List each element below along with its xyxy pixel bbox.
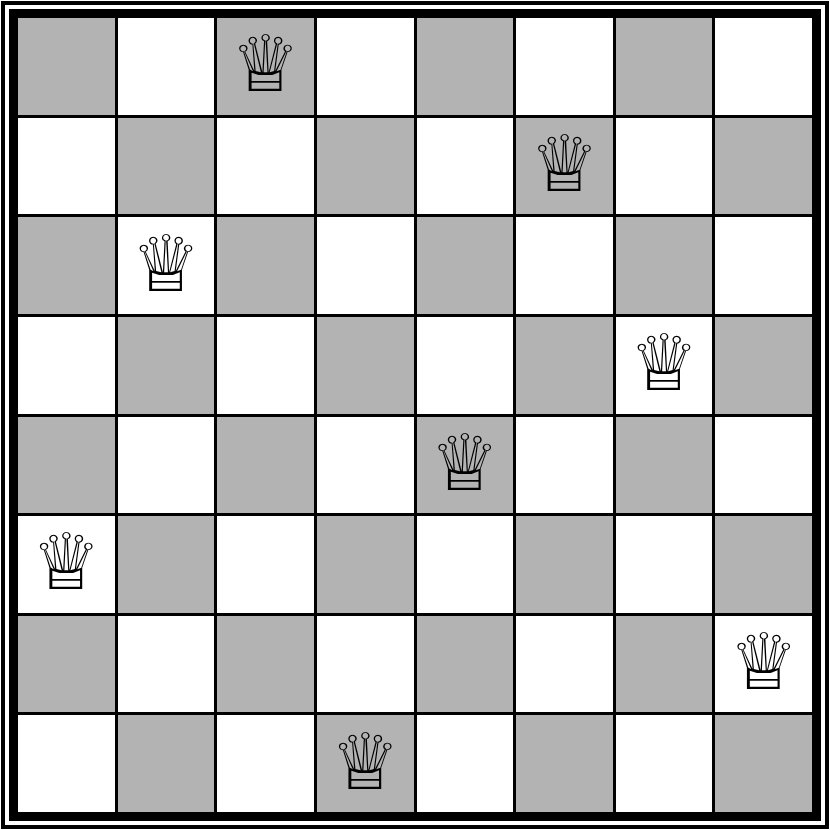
white-queen-icon: ♕ <box>31 523 101 601</box>
square-b2[interactable] <box>118 616 215 713</box>
square-d7[interactable] <box>317 118 414 215</box>
square-b5[interactable] <box>118 317 215 414</box>
square-g4[interactable] <box>616 417 713 514</box>
square-a4[interactable] <box>18 417 115 514</box>
square-d1[interactable]: ♕ <box>317 715 414 812</box>
square-a2[interactable] <box>18 616 115 713</box>
white-queen-icon: ♕ <box>430 424 500 502</box>
square-b8[interactable] <box>118 18 215 115</box>
square-g1[interactable] <box>616 715 713 812</box>
square-f1[interactable] <box>516 715 613 812</box>
white-queen-icon: ♕ <box>231 25 301 103</box>
square-e4[interactable]: ♕ <box>417 417 514 514</box>
square-a3[interactable]: ♕ <box>18 516 115 613</box>
square-b4[interactable] <box>118 417 215 514</box>
square-c2[interactable] <box>217 616 314 713</box>
square-c5[interactable] <box>217 317 314 414</box>
square-c8[interactable]: ♕ <box>217 18 314 115</box>
square-h8[interactable] <box>715 18 812 115</box>
square-e3[interactable] <box>417 516 514 613</box>
white-queen-icon: ♕ <box>629 324 699 402</box>
square-g3[interactable] <box>616 516 713 613</box>
square-f2[interactable] <box>516 616 613 713</box>
square-f6[interactable] <box>516 217 613 314</box>
square-g6[interactable] <box>616 217 713 314</box>
square-a6[interactable] <box>18 217 115 314</box>
square-f5[interactable] <box>516 317 613 414</box>
square-c3[interactable] <box>217 516 314 613</box>
square-d4[interactable] <box>317 417 414 514</box>
square-c6[interactable] <box>217 217 314 314</box>
square-f8[interactable] <box>516 18 613 115</box>
square-h3[interactable] <box>715 516 812 613</box>
square-g7[interactable] <box>616 118 713 215</box>
square-c4[interactable] <box>217 417 314 514</box>
square-h4[interactable] <box>715 417 812 514</box>
page: ♕♕♕♕♕♕♕♕ <box>0 0 830 830</box>
square-f3[interactable] <box>516 516 613 613</box>
square-g2[interactable] <box>616 616 713 713</box>
square-a1[interactable] <box>18 715 115 812</box>
square-b6[interactable]: ♕ <box>118 217 215 314</box>
square-d6[interactable] <box>317 217 414 314</box>
square-e8[interactable] <box>417 18 514 115</box>
board-outer-frame: ♕♕♕♕♕♕♕♕ <box>1 1 829 829</box>
square-d2[interactable] <box>317 616 414 713</box>
square-f7[interactable]: ♕ <box>516 118 613 215</box>
square-e6[interactable] <box>417 217 514 314</box>
square-b7[interactable] <box>118 118 215 215</box>
square-b1[interactable] <box>118 715 215 812</box>
square-b3[interactable] <box>118 516 215 613</box>
square-h7[interactable] <box>715 118 812 215</box>
square-h1[interactable] <box>715 715 812 812</box>
square-c7[interactable] <box>217 118 314 215</box>
square-f4[interactable] <box>516 417 613 514</box>
square-h6[interactable] <box>715 217 812 314</box>
square-e7[interactable] <box>417 118 514 215</box>
square-g8[interactable] <box>616 18 713 115</box>
square-h5[interactable] <box>715 317 812 414</box>
square-e5[interactable] <box>417 317 514 414</box>
white-queen-icon: ♕ <box>330 723 400 801</box>
square-g5[interactable]: ♕ <box>616 317 713 414</box>
chess-board: ♕♕♕♕♕♕♕♕ <box>9 9 821 821</box>
white-queen-icon: ♕ <box>131 225 201 303</box>
square-a7[interactable] <box>18 118 115 215</box>
square-h2[interactable]: ♕ <box>715 616 812 713</box>
white-queen-icon: ♕ <box>529 125 599 203</box>
square-a5[interactable] <box>18 317 115 414</box>
white-queen-icon: ♕ <box>729 623 799 701</box>
square-e1[interactable] <box>417 715 514 812</box>
square-d8[interactable] <box>317 18 414 115</box>
square-d5[interactable] <box>317 317 414 414</box>
square-a8[interactable] <box>18 18 115 115</box>
square-d3[interactable] <box>317 516 414 613</box>
square-c1[interactable] <box>217 715 314 812</box>
square-e2[interactable] <box>417 616 514 713</box>
